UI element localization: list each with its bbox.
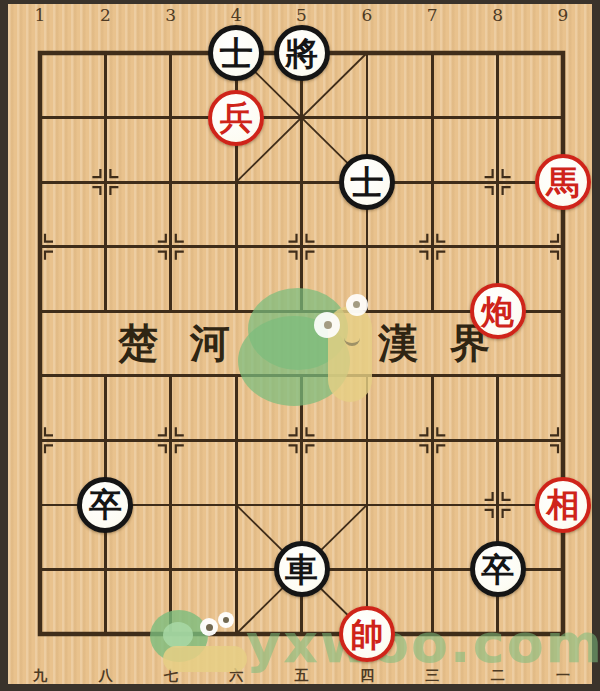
piece-black-chariot[interactable]: 車 <box>274 541 330 597</box>
piece-red-horse[interactable]: 馬 <box>535 154 591 210</box>
piece-black-soldier-2[interactable]: 卒 <box>470 541 526 597</box>
pieces-layer: 士將兵士馬炮卒相車卒帥 <box>0 0 600 691</box>
piece-black-general[interactable]: 將 <box>274 25 330 81</box>
piece-red-soldier[interactable]: 兵 <box>208 90 264 146</box>
xiangqi-board-screenshot: 123456789 九八七六五四三二一 楚河 漢界 yxwoo.com 士將兵士… <box>0 0 600 691</box>
piece-black-advisor-1[interactable]: 士 <box>208 25 264 81</box>
piece-black-advisor-2[interactable]: 士 <box>339 154 395 210</box>
piece-black-soldier-1[interactable]: 卒 <box>77 477 133 533</box>
piece-red-cannon[interactable]: 炮 <box>470 283 526 339</box>
piece-red-general[interactable]: 帥 <box>339 606 395 662</box>
piece-red-elephant[interactable]: 相 <box>535 477 591 533</box>
